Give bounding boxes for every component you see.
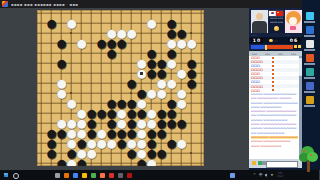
black-stone: ● <box>127 79 136 88</box>
white-stone: ● <box>137 149 146 158</box>
rank-badge-icon <box>272 85 274 87</box>
winrate-red-segment <box>266 45 293 49</box>
taskbar-pinned-icon[interactable] <box>127 173 132 178</box>
black-stone: ● <box>167 29 176 38</box>
white-stone: ● <box>67 129 76 138</box>
korea-flag-icon <box>269 11 276 16</box>
white-stone: ● <box>147 119 156 128</box>
black-stone: ● <box>167 99 176 108</box>
white-stone: ● <box>67 139 76 148</box>
black-stone: ● <box>87 129 96 138</box>
chat-message: 口口口口口口:口口口口口口口口口口 <box>251 136 299 139</box>
taskbar-pinned-icon[interactable] <box>91 173 96 178</box>
emote-icon[interactable] <box>252 161 256 165</box>
black-stone: ● <box>127 119 136 128</box>
black-stone: ● <box>167 139 176 148</box>
white-stone: ● <box>107 29 116 38</box>
tray-icon[interactable]: ◖ <box>265 173 267 178</box>
taskbar-pinned-icon[interactable] <box>109 173 114 178</box>
black-stone: ● <box>117 99 126 108</box>
white-stone: ● <box>127 139 136 148</box>
black-stone: ● <box>107 39 116 48</box>
desktop-icon[interactable] <box>306 40 314 48</box>
white-stone: ● <box>77 119 86 128</box>
gift-icon[interactable] <box>258 161 262 165</box>
taskbar-pinned-icon[interactable] <box>64 173 69 178</box>
rank-badge-icon <box>272 77 274 79</box>
clock-caption: ···· <box>274 39 278 43</box>
chat-message: 口口口口:口口口口口口口口口口口口 <box>251 102 299 105</box>
star-point <box>130 92 132 94</box>
rank-badge-icon <box>272 69 274 71</box>
screen: ▪▪▪▪ ▪▪▪ ▪▪▪▪▪▪ ▪▪▪▪ - ▪▪▪ ●●●●●●●●●●●●●… <box>0 0 320 180</box>
winrate-tick <box>265 45 266 50</box>
china-flag-icon <box>276 11 283 16</box>
black-stone: ● <box>127 129 136 138</box>
game-info-panel: 口口口 口口 口口口 口口 ······· ······· 10 06 ····… <box>249 8 302 170</box>
taskbar-pinned-icon[interactable] <box>73 173 78 178</box>
chat-toolbar <box>249 159 302 168</box>
black-stone: ● <box>147 59 156 68</box>
window-titlebar[interactable]: ▪▪▪▪ ▪▪▪ ▪▪▪▪▪▪ ▪▪▪▪ - ▪▪▪ <box>0 0 302 8</box>
black-stone: ● <box>77 139 86 148</box>
right-player-avatar <box>285 10 302 33</box>
desktop-icon[interactable] <box>306 68 314 76</box>
black-stone: ● <box>177 29 186 38</box>
black-stone: ● <box>147 139 156 148</box>
taskbar-pinned-icon[interactable] <box>118 173 123 178</box>
chat-message-list[interactable]: 口口口口:口口口口口口口口口口口口口:口口口口口口口 口口口口口口口口:口口口口… <box>249 92 299 159</box>
white-stone: ● <box>77 39 86 48</box>
desktop-icon[interactable] <box>306 54 314 62</box>
spectator-table[interactable]: 口口口·····口口口口·····口口口·····口口口口·····口口口···… <box>249 56 299 93</box>
black-stone: ● <box>47 129 56 138</box>
black-stone: ● <box>187 59 196 68</box>
chat-message: 口口口口:口口口口口口口口口口口 <box>251 127 299 130</box>
winbar-icon-1[interactable] <box>294 45 297 48</box>
white-stone: ● <box>167 79 176 88</box>
black-stone: ● <box>137 109 146 118</box>
white-stone: ● <box>177 39 186 48</box>
right-player-name: 口口口 口口 <box>270 21 283 24</box>
chat-message: 口口:口口口口口口口 口口口口 <box>251 97 299 100</box>
avatar-bow <box>290 26 296 30</box>
star-point <box>190 92 192 94</box>
black-stone: ● <box>167 49 176 58</box>
black-stone: ● <box>187 69 196 78</box>
desktop-icon[interactable] <box>306 82 314 90</box>
black-stone: ● <box>107 99 116 108</box>
last-move-marker <box>140 72 143 75</box>
vs-badge-icon <box>274 26 280 32</box>
left-player-name: 口口口 口口 <box>270 17 283 20</box>
black-stone: ● <box>157 109 166 118</box>
right-capture-count: 06 <box>288 38 300 43</box>
white-stone: ● <box>177 139 186 148</box>
desktop-icon-label <box>304 105 315 107</box>
tray-clock[interactable]: ··:·· ····-·· <box>277 172 283 179</box>
black-stone: ● <box>97 109 106 118</box>
start-button[interactable] <box>4 173 8 177</box>
white-stone: ● <box>77 109 86 118</box>
chat-input[interactable] <box>266 161 298 168</box>
black-stone: ● <box>137 159 146 167</box>
white-stone: ● <box>87 149 96 158</box>
black-stone: ● <box>57 129 66 138</box>
white-stone: ● <box>97 129 106 138</box>
black-stone: ● <box>117 139 126 148</box>
white-stone: ● <box>137 119 146 128</box>
tray-icon[interactable]: ^ <box>253 173 256 178</box>
left-player-avatar <box>251 10 268 33</box>
white-stone: ● <box>107 139 116 148</box>
rank-badge-icon <box>272 81 274 83</box>
white-stone: ● <box>117 29 126 38</box>
chat-message: 口口口口口:口口口口口口口口口口 <box>251 110 299 113</box>
capture-clock-strip: 10 06 ···· <box>249 37 302 44</box>
black-stone: ● <box>137 89 146 98</box>
white-stone: ● <box>157 79 166 88</box>
black-stone: ● <box>157 119 166 128</box>
app-logo-icon <box>2 1 8 7</box>
desktop-icon[interactable] <box>306 96 314 104</box>
white-stone: ● <box>97 139 106 148</box>
window-title: ▪▪▪▪ ▪▪▪ ▪▪▪▪▪▪ ▪▪▪▪ - ▪▪▪ <box>11 2 78 7</box>
star-point <box>190 32 192 34</box>
left-capture-count: 10 <box>251 38 263 43</box>
rank-badge-icon <box>272 73 274 75</box>
go-board[interactable]: ●●●●●●●●●●●●●●●●●●●●●●●●●●●●●●●●●●●●●●●●… <box>37 10 204 166</box>
white-stone: ● <box>147 159 156 167</box>
desktop-icon-label <box>304 49 315 51</box>
rank-badge-icon <box>272 65 274 67</box>
white-stone: ● <box>167 59 176 68</box>
black-stone: ● <box>57 59 66 68</box>
chat-message: 口口口口:口口口口口口口口口 <box>251 140 299 143</box>
white-stone: ● <box>147 109 156 118</box>
white-stone: ● <box>77 149 86 158</box>
avatar-face <box>289 17 297 25</box>
white-stone: ● <box>177 99 186 108</box>
white-stone: ● <box>117 109 126 118</box>
white-stone: ● <box>77 129 86 138</box>
avatar-head <box>256 13 263 20</box>
white-stone: ● <box>147 19 156 28</box>
chat-message: 口口口:口口口口口口口口口口口口 <box>251 123 299 126</box>
taskbar: ^中◖▾ ··:·· ····-·· <box>0 170 320 180</box>
black-stone: ● <box>167 119 176 128</box>
star-point <box>130 152 132 154</box>
white-stone: ● <box>157 89 166 98</box>
black-stone: ● <box>147 49 156 58</box>
taskbar-pinned-icon[interactable] <box>82 173 87 178</box>
chat-message: 口口:口口口口口口口口口口口口口 <box>251 114 299 117</box>
white-stone: ● <box>117 119 126 128</box>
black-stone: ● <box>147 69 156 78</box>
black-stone: ● <box>97 39 106 48</box>
black-stone: ● <box>157 59 166 68</box>
white-stone: ● <box>177 89 186 98</box>
desktop-icon-label <box>304 21 315 23</box>
star-point <box>70 152 72 154</box>
white-stone: ● <box>137 129 146 138</box>
tray-icon[interactable]: 中 <box>259 173 263 178</box>
chat-message: 口口口:口口口口口口口 <box>251 106 299 109</box>
players-center-box: 口口口 口口 口口口 口口 <box>269 10 284 33</box>
search-icon[interactable] <box>13 173 19 179</box>
white-stone: ● <box>137 139 146 148</box>
black-stone: ● <box>87 119 96 128</box>
black-stone: ● <box>57 159 66 167</box>
black-stone: ● <box>107 129 116 138</box>
chat-message: 口口:口口口口口口口口口 <box>251 132 299 135</box>
chat-message: 口口口口:口口口口口口口口口口口 <box>251 93 299 96</box>
black-stone: ● <box>107 109 116 118</box>
white-stone: ● <box>137 99 146 108</box>
white-stone: ● <box>177 69 186 78</box>
desktop-icon[interactable] <box>306 12 314 20</box>
star-point <box>70 92 72 94</box>
black-stone: ● <box>177 119 186 128</box>
black-stone: ● <box>147 149 156 158</box>
tray-icon[interactable]: ▾ <box>271 173 273 178</box>
black-stone: ● <box>147 129 156 138</box>
star-point <box>190 152 192 154</box>
black-stone: ● <box>127 99 136 108</box>
black-stone: ● <box>87 109 96 118</box>
white-stone: ● <box>57 89 66 98</box>
rank-badge-icon <box>272 61 274 63</box>
black-stone: ● <box>77 159 86 167</box>
black-stone: ● <box>187 79 196 88</box>
white-stone: ● <box>57 79 66 88</box>
rank-badge-icon <box>272 57 274 59</box>
black-stone: ● <box>107 119 116 128</box>
taskbar-pinned-icon[interactable] <box>55 173 60 178</box>
black-stone: ● <box>57 39 66 48</box>
black-stone: ● <box>167 109 176 118</box>
black-stone: ● <box>167 19 176 28</box>
avatar-body <box>252 21 267 33</box>
star-point <box>130 32 132 34</box>
star-point <box>70 32 72 34</box>
black-stone: ● <box>127 109 136 118</box>
white-stone: ● <box>147 89 156 98</box>
white-stone: ● <box>137 59 146 68</box>
chat-message: 口口口口:口口口口口口口口 <box>251 119 299 122</box>
white-stone: ● <box>67 119 76 128</box>
black-stone: ● <box>157 149 166 158</box>
clock-icon <box>269 39 273 43</box>
black-stone: ● <box>47 149 56 158</box>
winrate-blue-segment <box>251 45 266 49</box>
black-stone: ● <box>47 19 56 28</box>
winrate-bar <box>251 45 300 49</box>
black-stone: ● <box>157 129 166 138</box>
white-stone: ● <box>187 39 196 48</box>
white-stone: ● <box>67 159 76 167</box>
black-stone: ● <box>117 129 126 138</box>
desktop-icon-label <box>304 91 315 93</box>
desktop-icon[interactable] <box>306 26 314 34</box>
taskbar-app-window[interactable] <box>230 173 235 178</box>
white-stone: ● <box>67 99 76 108</box>
desktop-icon-label <box>304 77 315 79</box>
chat-message: 口口口:口口口口口口口 <box>251 145 299 148</box>
black-stone: ● <box>107 49 116 58</box>
black-stone: ● <box>47 139 56 148</box>
desktop-icon-label <box>304 35 315 37</box>
white-stone: ● <box>167 39 176 48</box>
white-stone: ● <box>57 119 66 128</box>
black-stone: ● <box>157 69 166 78</box>
white-stone: ● <box>87 139 96 148</box>
taskbar-pinned-icon[interactable] <box>100 173 105 178</box>
winbar-icon-2[interactable] <box>298 45 301 48</box>
desktop-icon-label <box>304 63 315 65</box>
black-stone: ● <box>117 39 126 48</box>
tree-desktop-art <box>299 146 319 174</box>
white-stone: ● <box>67 19 76 28</box>
